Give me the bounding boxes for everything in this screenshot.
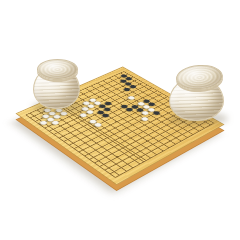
left-stone-bowl-lid: [37, 59, 78, 80]
go-scene: ●●●●●●●●●●●●●●●●●●●●●●●●●●●●●●●●●●●●●●●●…: [0, 0, 240, 240]
